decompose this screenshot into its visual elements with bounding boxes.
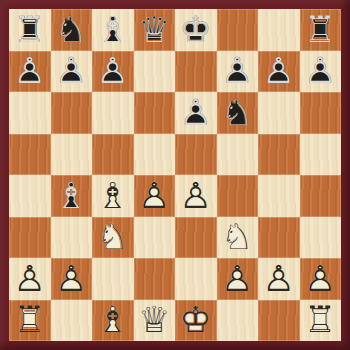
square-h7[interactable]: ♟♙ xyxy=(300,51,342,93)
square-g4[interactable] xyxy=(258,175,300,217)
white-rook: ♜♖ xyxy=(300,300,342,342)
square-c7[interactable]: ♟♙ xyxy=(92,51,134,93)
black-pawn: ♟♙ xyxy=(175,92,217,134)
square-d7[interactable] xyxy=(134,51,176,93)
square-h3[interactable] xyxy=(300,217,342,259)
square-b2[interactable]: ♟♙ xyxy=(51,258,93,300)
square-g3[interactable] xyxy=(258,217,300,259)
square-g1[interactable] xyxy=(258,300,300,342)
white-knight: ♞♘ xyxy=(92,217,134,259)
square-c2[interactable] xyxy=(92,258,134,300)
square-a8[interactable]: ♜♖ xyxy=(9,9,51,51)
square-d8[interactable]: ♛♕ xyxy=(134,9,176,51)
black-king: ♚♔ xyxy=(175,9,217,51)
square-h8[interactable]: ♜♖ xyxy=(300,9,342,51)
square-a7[interactable]: ♟♙ xyxy=(9,51,51,93)
white-bishop: ♝♗ xyxy=(92,175,134,217)
square-d6[interactable] xyxy=(134,92,176,134)
square-h1[interactable]: ♜♖ xyxy=(300,300,342,342)
white-pawn: ♟♙ xyxy=(134,175,176,217)
square-h6[interactable] xyxy=(300,92,342,134)
square-b7[interactable]: ♟♙ xyxy=(51,51,93,93)
square-e3[interactable] xyxy=(175,217,217,259)
square-e1[interactable]: ♚♔ xyxy=(175,300,217,342)
square-b1[interactable] xyxy=(51,300,93,342)
white-king: ♚♔ xyxy=(175,300,217,342)
square-c3[interactable]: ♞♘ xyxy=(92,217,134,259)
chess-diagram: ♜♖♞♘♝♗♛♕♚♔♜♖♟♙♟♙♟♙♟♙♟♙♟♙♟♙♞♘♝♗♝♗♟♙♟♙♞♘♞♘… xyxy=(0,0,350,350)
square-h5[interactable] xyxy=(300,134,342,176)
black-knight: ♞♘ xyxy=(217,92,259,134)
square-d3[interactable] xyxy=(134,217,176,259)
square-g6[interactable] xyxy=(258,92,300,134)
square-h4[interactable] xyxy=(300,175,342,217)
square-f5[interactable] xyxy=(217,134,259,176)
black-pawn: ♟♙ xyxy=(51,51,93,93)
square-f2[interactable]: ♟♙ xyxy=(217,258,259,300)
square-g2[interactable]: ♟♙ xyxy=(258,258,300,300)
black-bishop: ♝♗ xyxy=(92,9,134,51)
square-a4[interactable] xyxy=(9,175,51,217)
square-b6[interactable] xyxy=(51,92,93,134)
black-pawn: ♟♙ xyxy=(258,51,300,93)
square-c1[interactable]: ♝♗ xyxy=(92,300,134,342)
black-pawn: ♟♙ xyxy=(217,51,259,93)
square-f8[interactable] xyxy=(217,9,259,51)
board-frame: ♜♖♞♘♝♗♛♕♚♔♜♖♟♙♟♙♟♙♟♙♟♙♟♙♟♙♞♘♝♗♝♗♟♙♟♙♞♘♞♘… xyxy=(0,0,350,350)
white-pawn: ♟♙ xyxy=(9,258,51,300)
square-f7[interactable]: ♟♙ xyxy=(217,51,259,93)
white-pawn: ♟♙ xyxy=(175,175,217,217)
white-pawn: ♟♙ xyxy=(258,258,300,300)
square-c6[interactable] xyxy=(92,92,134,134)
square-e2[interactable] xyxy=(175,258,217,300)
square-d4[interactable]: ♟♙ xyxy=(134,175,176,217)
black-knight: ♞♘ xyxy=(51,9,93,51)
square-a3[interactable] xyxy=(9,217,51,259)
square-f4[interactable] xyxy=(217,175,259,217)
square-b5[interactable] xyxy=(51,134,93,176)
square-f3[interactable]: ♞♘ xyxy=(217,217,259,259)
white-queen: ♛♕ xyxy=(134,300,176,342)
white-knight: ♞♘ xyxy=(217,217,259,259)
square-f6[interactable]: ♞♘ xyxy=(217,92,259,134)
black-pawn: ♟♙ xyxy=(300,51,342,93)
white-pawn: ♟♙ xyxy=(300,258,342,300)
square-g8[interactable] xyxy=(258,9,300,51)
square-b4[interactable]: ♝♗ xyxy=(51,175,93,217)
black-queen: ♛♕ xyxy=(134,9,176,51)
black-bishop: ♝♗ xyxy=(51,175,93,217)
black-pawn: ♟♙ xyxy=(9,51,51,93)
square-a5[interactable] xyxy=(9,134,51,176)
square-h2[interactable]: ♟♙ xyxy=(300,258,342,300)
square-g7[interactable]: ♟♙ xyxy=(258,51,300,93)
square-c8[interactable]: ♝♗ xyxy=(92,9,134,51)
white-pawn: ♟♙ xyxy=(217,258,259,300)
square-c4[interactable]: ♝♗ xyxy=(92,175,134,217)
white-rook: ♜♖ xyxy=(9,300,51,342)
square-e5[interactable] xyxy=(175,134,217,176)
black-rook: ♜♖ xyxy=(9,9,51,51)
square-b3[interactable] xyxy=(51,217,93,259)
square-e4[interactable]: ♟♙ xyxy=(175,175,217,217)
square-d1[interactable]: ♛♕ xyxy=(134,300,176,342)
black-pawn: ♟♙ xyxy=(92,51,134,93)
square-d2[interactable] xyxy=(134,258,176,300)
chess-board: ♜♖♞♘♝♗♛♕♚♔♜♖♟♙♟♙♟♙♟♙♟♙♟♙♟♙♞♘♝♗♝♗♟♙♟♙♞♘♞♘… xyxy=(9,9,341,341)
square-b8[interactable]: ♞♘ xyxy=(51,9,93,51)
square-a6[interactable] xyxy=(9,92,51,134)
black-rook: ♜♖ xyxy=(300,9,342,51)
square-f1[interactable] xyxy=(217,300,259,342)
square-e7[interactable] xyxy=(175,51,217,93)
square-g5[interactable] xyxy=(258,134,300,176)
square-e8[interactable]: ♚♔ xyxy=(175,9,217,51)
square-a1[interactable]: ♜♖ xyxy=(9,300,51,342)
square-c5[interactable] xyxy=(92,134,134,176)
square-d5[interactable] xyxy=(134,134,176,176)
white-bishop: ♝♗ xyxy=(92,300,134,342)
square-a2[interactable]: ♟♙ xyxy=(9,258,51,300)
square-e6[interactable]: ♟♙ xyxy=(175,92,217,134)
white-pawn: ♟♙ xyxy=(51,258,93,300)
